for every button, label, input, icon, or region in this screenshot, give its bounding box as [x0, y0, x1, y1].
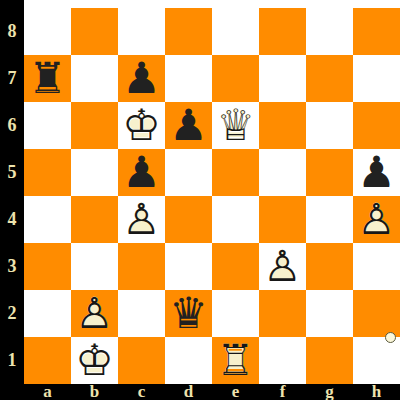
square-f5[interactable]	[259, 149, 306, 196]
rank-label-8: 8	[0, 8, 24, 55]
square-b6[interactable]	[71, 102, 118, 149]
file-label-e: e	[212, 384, 259, 400]
file-label-g: g	[306, 384, 353, 400]
file-label-a: a	[24, 384, 71, 400]
white-pawn-outline: ♙	[353, 196, 400, 243]
square-b7[interactable]	[71, 55, 118, 102]
white-king[interactable]: ♚♔	[71, 337, 118, 384]
square-h8[interactable]	[353, 8, 400, 55]
square-a6[interactable]	[24, 102, 71, 149]
black-rook-glyph: ♜	[24, 55, 71, 102]
white-king-outline: ♔	[118, 102, 165, 149]
chess-board: ♜♟♚♔♟♛♕♟♟♟♙♟♙♟♙♟♙♛♚♔♜♖	[24, 8, 400, 384]
file-label-b: b	[71, 384, 118, 400]
rank-labels: 87654321	[0, 8, 24, 384]
rank-label-3: 3	[0, 243, 24, 290]
square-d7[interactable]	[165, 55, 212, 102]
rank-label-2: 2	[0, 290, 24, 337]
square-h3[interactable]	[353, 243, 400, 290]
square-c7[interactable]: ♟	[118, 55, 165, 102]
file-label-f: f	[259, 384, 306, 400]
square-d8[interactable]	[165, 8, 212, 55]
square-f7[interactable]	[259, 55, 306, 102]
square-d4[interactable]	[165, 196, 212, 243]
square-g6[interactable]	[306, 102, 353, 149]
square-h7[interactable]	[353, 55, 400, 102]
white-king-outline: ♔	[71, 337, 118, 384]
black-pawn[interactable]: ♟	[165, 102, 212, 149]
square-e4[interactable]	[212, 196, 259, 243]
side-to-move-indicator	[385, 332, 396, 343]
white-pawn[interactable]: ♟♙	[71, 290, 118, 337]
square-a1[interactable]	[24, 337, 71, 384]
black-pawn-glyph: ♟	[353, 149, 400, 196]
square-a8[interactable]	[24, 8, 71, 55]
black-pawn-glyph: ♟	[118, 149, 165, 196]
black-pawn[interactable]: ♟	[353, 149, 400, 196]
file-label-c: c	[118, 384, 165, 400]
black-pawn[interactable]: ♟	[118, 149, 165, 196]
square-f2[interactable]	[259, 290, 306, 337]
square-c6[interactable]: ♚♔	[118, 102, 165, 149]
square-g8[interactable]	[306, 8, 353, 55]
rank-label-5: 5	[0, 149, 24, 196]
square-g4[interactable]	[306, 196, 353, 243]
square-e2[interactable]	[212, 290, 259, 337]
square-b1[interactable]: ♚♔	[71, 337, 118, 384]
square-f3[interactable]: ♟♙	[259, 243, 306, 290]
square-c5[interactable]: ♟	[118, 149, 165, 196]
square-e8[interactable]	[212, 8, 259, 55]
black-pawn[interactable]: ♟	[118, 55, 165, 102]
white-pawn-outline: ♙	[118, 196, 165, 243]
square-g2[interactable]	[306, 290, 353, 337]
square-e7[interactable]	[212, 55, 259, 102]
black-queen-glyph: ♛	[165, 290, 212, 337]
square-h2[interactable]	[353, 290, 400, 337]
black-rook[interactable]: ♜	[24, 55, 71, 102]
black-pawn-glyph: ♟	[118, 55, 165, 102]
square-e3[interactable]	[212, 243, 259, 290]
square-a4[interactable]	[24, 196, 71, 243]
square-c8[interactable]	[118, 8, 165, 55]
square-g1[interactable]	[306, 337, 353, 384]
white-pawn-outline: ♙	[259, 243, 306, 290]
chess-diagram: ♜♟♚♔♟♛♕♟♟♟♙♟♙♟♙♟♙♛♚♔♜♖ 87654321 abcdefgh	[0, 0, 400, 400]
square-e6[interactable]: ♛♕	[212, 102, 259, 149]
black-pawn-glyph: ♟	[165, 102, 212, 149]
rank-label-7: 7	[0, 55, 24, 102]
white-pawn-outline: ♙	[71, 290, 118, 337]
square-b4[interactable]	[71, 196, 118, 243]
white-rook-outline: ♖	[212, 337, 259, 384]
square-d2[interactable]: ♛	[165, 290, 212, 337]
square-d6[interactable]: ♟	[165, 102, 212, 149]
file-labels: abcdefgh	[24, 384, 400, 400]
square-d1[interactable]	[165, 337, 212, 384]
rank-label-6: 6	[0, 102, 24, 149]
square-b3[interactable]	[71, 243, 118, 290]
rank-label-4: 4	[0, 196, 24, 243]
square-b2[interactable]: ♟♙	[71, 290, 118, 337]
square-a5[interactable]	[24, 149, 71, 196]
square-f8[interactable]	[259, 8, 306, 55]
square-g7[interactable]	[306, 55, 353, 102]
rank-label-1: 1	[0, 337, 24, 384]
square-d3[interactable]	[165, 243, 212, 290]
black-queen[interactable]: ♛	[165, 290, 212, 337]
square-f4[interactable]	[259, 196, 306, 243]
white-pawn[interactable]: ♟♙	[118, 196, 165, 243]
white-queen-outline: ♕	[212, 102, 259, 149]
square-e5[interactable]	[212, 149, 259, 196]
square-g5[interactable]	[306, 149, 353, 196]
square-h1[interactable]	[353, 337, 400, 384]
square-a3[interactable]	[24, 243, 71, 290]
square-c2[interactable]	[118, 290, 165, 337]
square-c3[interactable]	[118, 243, 165, 290]
square-g3[interactable]	[306, 243, 353, 290]
square-h6[interactable]	[353, 102, 400, 149]
white-pawn[interactable]: ♟♙	[259, 243, 306, 290]
white-queen[interactable]: ♛♕	[212, 102, 259, 149]
white-pawn[interactable]: ♟♙	[353, 196, 400, 243]
board-top-margin	[24, 0, 400, 8]
white-king[interactable]: ♚♔	[118, 102, 165, 149]
square-f1[interactable]	[259, 337, 306, 384]
square-c4[interactable]: ♟♙	[118, 196, 165, 243]
square-b8[interactable]	[71, 8, 118, 55]
square-f6[interactable]	[259, 102, 306, 149]
white-rook[interactable]: ♜♖	[212, 337, 259, 384]
square-a2[interactable]	[24, 290, 71, 337]
square-a7[interactable]: ♜	[24, 55, 71, 102]
square-h5[interactable]: ♟	[353, 149, 400, 196]
square-h4[interactable]: ♟♙	[353, 196, 400, 243]
square-d5[interactable]	[165, 149, 212, 196]
square-b5[interactable]	[71, 149, 118, 196]
file-label-h: h	[353, 384, 400, 400]
square-c1[interactable]	[118, 337, 165, 384]
square-e1[interactable]: ♜♖	[212, 337, 259, 384]
file-label-d: d	[165, 384, 212, 400]
